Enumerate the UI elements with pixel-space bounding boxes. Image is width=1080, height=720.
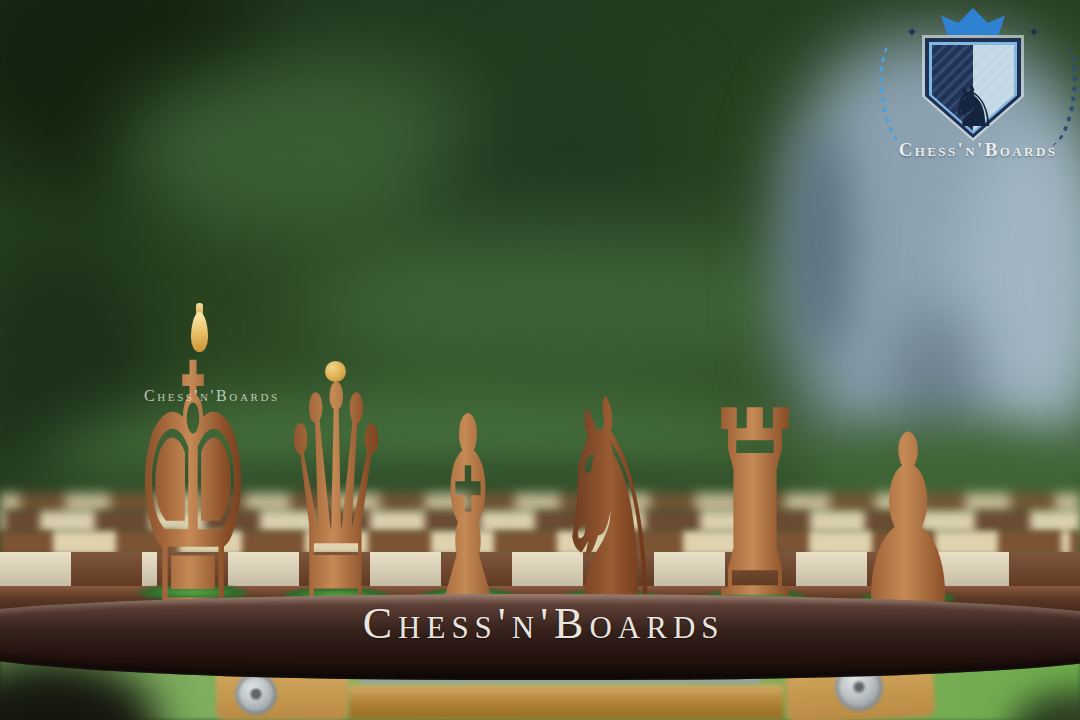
shield-icon: ♞ [922,35,1024,141]
brand-logo: ✦ ✦ ♞ Chess'n'Boards [876,2,1080,172]
logo-wordmark: Chess'n'Boards [876,139,1080,161]
queen-finial-ball [325,361,346,382]
under-table-beam [348,684,784,720]
screw-pin [854,682,865,693]
sky-smudge-1 [792,130,852,360]
star-icon: ✦ [1028,24,1040,40]
knight-icon: ♞ [922,79,1024,135]
watermark-text: Chess'n'Boards [144,387,280,405]
crown-icon [941,8,1005,35]
laurel-wreath-left-icon [874,40,925,148]
screw-pin [251,689,262,700]
laurel-wreath-right-icon [1031,40,1080,148]
star-icon: ✦ [906,24,918,40]
rail-brand-text: Chess'n'Boards [363,598,725,649]
product-photo-stage: ♚ ♛ ♝ ♞ ♜ ♟ Chess'n'Boards Chess'n'Board… [0,0,1080,720]
